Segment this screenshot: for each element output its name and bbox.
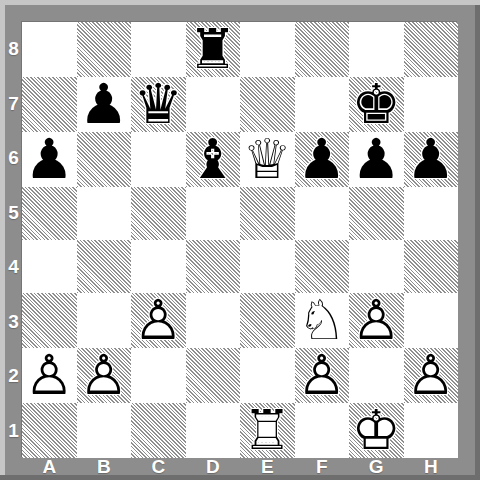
square-a1[interactable]: [22, 403, 77, 458]
square-f5[interactable]: [295, 187, 350, 240]
rank-label-6: 6: [5, 131, 22, 186]
square-d3[interactable]: [186, 293, 241, 348]
file-label-a: A: [22, 458, 77, 475]
square-c1[interactable]: [131, 403, 186, 458]
square-d2[interactable]: [186, 348, 241, 403]
white-king-icon[interactable]: ♚♔: [349, 403, 404, 458]
file-label-g: G: [349, 458, 404, 475]
square-f1[interactable]: [295, 403, 350, 458]
white-rook-icon[interactable]: ♜♖: [240, 403, 295, 458]
square-b8[interactable]: [77, 22, 132, 77]
square-b1[interactable]: [77, 403, 132, 458]
square-a8[interactable]: [22, 22, 77, 77]
black-pawn-icon[interactable]: ♟: [22, 132, 77, 187]
white-knight-icon[interactable]: ♞♘: [295, 293, 350, 348]
square-h6[interactable]: ♟: [404, 132, 459, 187]
square-e2[interactable]: [240, 348, 295, 403]
file-label-b: B: [77, 458, 132, 475]
square-d5[interactable]: [186, 187, 241, 240]
square-c3[interactable]: ♟♙: [131, 293, 186, 348]
rank-label-7: 7: [5, 77, 22, 132]
square-h5[interactable]: [404, 187, 459, 240]
file-label-c: C: [131, 458, 186, 475]
square-c6[interactable]: [131, 132, 186, 187]
square-f7[interactable]: [295, 77, 350, 132]
file-label-d: D: [186, 458, 241, 475]
file-label-h: H: [404, 458, 459, 475]
square-c4[interactable]: [131, 240, 186, 293]
square-g3[interactable]: ♟♙: [349, 293, 404, 348]
frame-light-edge-top: [0, 0, 480, 5]
square-d6[interactable]: ♝: [186, 132, 241, 187]
square-h1[interactable]: [404, 403, 459, 458]
square-h2[interactable]: ♟♙: [404, 348, 459, 403]
black-king-icon[interactable]: ♚: [349, 77, 404, 132]
rank-label-2: 2: [5, 349, 22, 404]
square-e8[interactable]: [240, 22, 295, 77]
file-label-f: F: [295, 458, 350, 475]
square-g7[interactable]: ♚: [349, 77, 404, 132]
square-a2[interactable]: ♟♙: [22, 348, 77, 403]
square-e4[interactable]: [240, 240, 295, 293]
white-pawn-icon[interactable]: ♟♙: [295, 348, 350, 403]
square-d8[interactable]: ♜: [186, 22, 241, 77]
square-f8[interactable]: [295, 22, 350, 77]
square-e6[interactable]: ♛♕: [240, 132, 295, 187]
black-queen-icon[interactable]: ♛: [131, 77, 186, 132]
black-bishop-icon[interactable]: ♝: [186, 132, 241, 187]
rank-label-5: 5: [5, 186, 22, 241]
square-h3[interactable]: [404, 293, 459, 348]
black-pawn-icon[interactable]: ♟: [77, 77, 132, 132]
square-e1[interactable]: ♜♖: [240, 403, 295, 458]
black-rook-icon[interactable]: ♜: [186, 22, 241, 77]
square-f6[interactable]: ♟: [295, 132, 350, 187]
square-h7[interactable]: [404, 77, 459, 132]
square-g1[interactable]: ♚♔: [349, 403, 404, 458]
frame-dark-edge-bottom: [0, 475, 480, 480]
black-pawn-icon[interactable]: ♟: [404, 132, 459, 187]
frame-dark-edge-right: [475, 5, 480, 480]
white-pawn-icon[interactable]: ♟♙: [131, 293, 186, 348]
square-b2[interactable]: ♟♙: [77, 348, 132, 403]
square-e7[interactable]: [240, 77, 295, 132]
square-a5[interactable]: [22, 187, 77, 240]
square-f3[interactable]: ♞♘: [295, 293, 350, 348]
square-b4[interactable]: [77, 240, 132, 293]
white-pawn-icon[interactable]: ♟♙: [77, 348, 132, 403]
square-h4[interactable]: [404, 240, 459, 293]
chess-diagram: 87654321 ABCDEFGH ♜♟♛♚♟♝♛♕♟♟♟♟♙♞♘♟♙♟♙♟♙♟…: [0, 0, 480, 480]
square-g4[interactable]: [349, 240, 404, 293]
rank-label-4: 4: [5, 240, 22, 295]
square-g5[interactable]: [349, 187, 404, 240]
square-d4[interactable]: [186, 240, 241, 293]
square-f4[interactable]: [295, 240, 350, 293]
square-f2[interactable]: ♟♙: [295, 348, 350, 403]
square-g2[interactable]: [349, 348, 404, 403]
square-g8[interactable]: [349, 22, 404, 77]
board: ♜♟♛♚♟♝♛♕♟♟♟♟♙♞♘♟♙♟♙♟♙♟♙♟♙♜♖♚♔: [22, 22, 458, 458]
rank-labels: 87654321: [5, 22, 22, 458]
square-a6[interactable]: ♟: [22, 132, 77, 187]
white-queen-icon[interactable]: ♛♕: [240, 132, 295, 187]
square-c7[interactable]: ♛: [131, 77, 186, 132]
file-label-e: E: [240, 458, 295, 475]
square-a4[interactable]: [22, 240, 77, 293]
white-pawn-icon[interactable]: ♟♙: [349, 293, 404, 348]
rank-label-8: 8: [5, 22, 22, 77]
rank-label-1: 1: [5, 404, 22, 459]
white-pawn-icon[interactable]: ♟♙: [22, 348, 77, 403]
square-d1[interactable]: [186, 403, 241, 458]
square-c2[interactable]: [131, 348, 186, 403]
square-h8[interactable]: [404, 22, 459, 77]
black-pawn-icon[interactable]: ♟: [295, 132, 350, 187]
square-b5[interactable]: [77, 187, 132, 240]
file-labels: ABCDEFGH: [22, 458, 458, 475]
black-pawn-icon[interactable]: ♟: [349, 132, 404, 187]
square-b3[interactable]: [77, 293, 132, 348]
square-d7[interactable]: [186, 77, 241, 132]
square-a3[interactable]: [22, 293, 77, 348]
rank-label-3: 3: [5, 295, 22, 350]
square-g6[interactable]: ♟: [349, 132, 404, 187]
square-b6[interactable]: [77, 132, 132, 187]
white-pawn-icon[interactable]: ♟♙: [404, 348, 459, 403]
square-a7[interactable]: [22, 77, 77, 132]
square-c8[interactable]: [131, 22, 186, 77]
square-c5[interactable]: [131, 187, 186, 240]
square-e5[interactable]: [240, 187, 295, 240]
square-b7[interactable]: ♟: [77, 77, 132, 132]
square-e3[interactable]: [240, 293, 295, 348]
